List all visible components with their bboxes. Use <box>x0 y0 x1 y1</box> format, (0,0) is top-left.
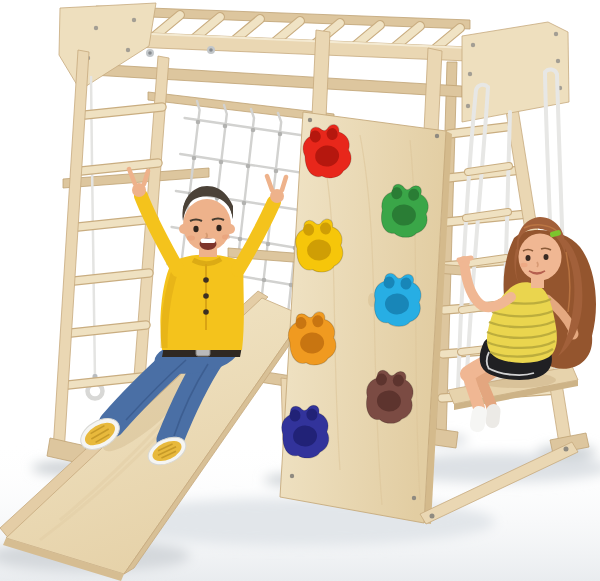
girl-left-eye <box>526 255 531 261</box>
boy-teeth <box>201 239 216 244</box>
board-post-right <box>424 48 442 134</box>
girl-fingers <box>459 258 471 260</box>
climber-playset-illustration <box>0 0 600 581</box>
boy-left-ear <box>179 224 189 234</box>
girl-blush <box>521 263 528 267</box>
boy-blush-right <box>222 235 230 240</box>
girl-tank-top <box>487 282 557 363</box>
boy-right-eye <box>216 225 221 231</box>
rock-climbing-wall <box>280 112 452 524</box>
boy-left-eye <box>193 226 198 232</box>
girl-figure <box>458 217 596 433</box>
girl-front-sock <box>469 405 488 433</box>
ladder-outer-rail <box>53 50 89 454</box>
product-photo-stage <box>0 0 600 581</box>
deck-lower-rail <box>92 64 462 97</box>
boy-blush-left <box>187 236 195 241</box>
hanging-gym-ring <box>88 76 103 399</box>
girl-right-eye <box>544 254 549 260</box>
boy-right-ear <box>225 224 235 234</box>
